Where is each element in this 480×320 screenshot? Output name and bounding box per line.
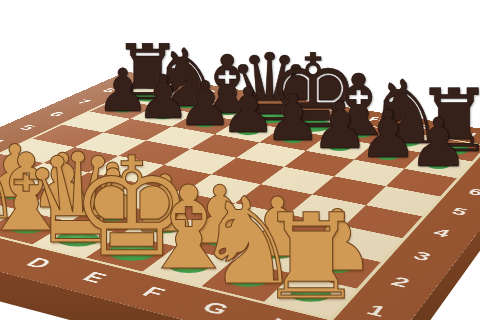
rank-label-left-6: 6 — [45, 110, 68, 118]
rank-label-right-1: 1 — [362, 302, 391, 320]
file-label-near-f: F — [137, 284, 171, 302]
file-label-near-e: E — [77, 269, 113, 286]
chess-set-photo: AABBCCDDEEFFGGHH1122334455667788 ♜♞♝♛♚♝♞… — [0, 0, 480, 320]
file-label-far-c: C — [237, 95, 260, 103]
rank-label-left-7: 7 — [73, 98, 95, 105]
rank-label-left-5: 5 — [15, 123, 40, 132]
file-label-far-e: E — [321, 108, 343, 116]
file-label-near-g: G — [197, 299, 235, 319]
file-label-far-d: D — [278, 101, 301, 109]
file-label-far-h: H — [457, 130, 479, 139]
file-label-near-h: H — [263, 315, 300, 320]
file-label-far-a: A — [159, 82, 182, 89]
rank-label-left-4: 4 — [0, 137, 9, 146]
file-label-far-b: B — [197, 88, 220, 95]
rank-label-right-3: 3 — [410, 249, 436, 264]
file-label-near-d: D — [21, 255, 58, 272]
rank-label-right-6: 6 — [465, 187, 480, 199]
rank-label-right-2: 2 — [387, 274, 414, 291]
rank-label-right-4: 4 — [430, 226, 454, 240]
rank-label-right-5: 5 — [448, 206, 471, 219]
file-label-far-g: G — [409, 122, 432, 131]
file-label-near-c: C — [0, 242, 4, 258]
file-label-far-f: F — [365, 115, 385, 123]
rank-label-left-8: 8 — [99, 87, 120, 94]
